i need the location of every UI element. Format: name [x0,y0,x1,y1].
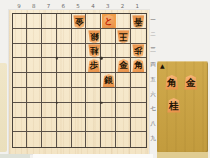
square-6-1[interactable] [57,14,72,29]
square-5-4[interactable] [72,58,87,73]
square-6-6[interactable] [57,88,72,103]
square-2-5[interactable] [116,73,131,88]
square-8-4[interactable] [27,58,42,73]
square-7-8[interactable] [42,118,57,133]
square-8-2[interactable] [27,29,42,44]
square-1-5[interactable] [131,73,146,88]
file-label-1: 1 [130,3,145,10]
piece-sente-角-1四[interactable]: 角 [132,59,145,72]
rank-label-1: 一 [149,17,157,24]
square-6-7[interactable] [57,103,72,118]
square-5-5[interactable] [72,73,87,88]
komadai-sente: ▲ 角金桂 [157,61,208,153]
piece-sente-銀-3五[interactable]: 銀 [102,74,115,87]
square-7-4[interactable] [42,58,57,73]
piece-sente-歩-4四[interactable]: 歩 [88,59,101,72]
square-9-7[interactable] [13,103,28,118]
square-8-3[interactable] [27,44,42,59]
sente-mark: ▲ [160,62,165,69]
rank-label-6: 六 [149,91,157,98]
piece-sente-金-2四[interactable]: 金 [117,59,130,72]
square-7-2[interactable] [42,29,57,44]
square-9-5[interactable] [13,73,28,88]
square-7-5[interactable] [42,73,57,88]
square-3-8[interactable] [101,118,116,133]
square-9-2[interactable] [13,29,28,44]
rank-label-2: 二 [149,31,157,38]
file-label-5: 5 [71,3,86,10]
square-6-4[interactable] [57,58,72,73]
bottom-edge-fragment-right [157,152,208,158]
square-4-5[interactable] [86,73,101,88]
square-3-4[interactable] [101,58,116,73]
square-8-5[interactable] [27,73,42,88]
file-label-2: 2 [115,3,130,10]
square-1-8[interactable] [131,118,146,133]
square-3-7[interactable] [101,103,116,118]
square-1-7[interactable] [131,103,146,118]
square-4-7[interactable] [86,103,101,118]
square-6-8[interactable] [57,118,72,133]
square-2-1[interactable] [116,14,131,29]
square-2-6[interactable] [116,88,131,103]
piece-gote-香-1一[interactable]: 香 [132,15,145,28]
rank-label-7: 七 [149,105,157,112]
square-8-6[interactable] [27,88,42,103]
rank-label-8: 八 [149,120,157,127]
square-7-7[interactable] [42,103,57,118]
file-label-8: 8 [26,3,41,10]
square-2-7[interactable] [116,103,131,118]
board-grid[interactable]: 金と香銀王桂歩歩金角銀 [12,13,147,148]
square-6-9[interactable] [57,132,72,147]
bottom-edge-fragment-left [0,154,30,158]
square-2-9[interactable] [116,132,131,147]
square-9-9[interactable] [13,132,28,147]
square-2-8[interactable] [116,118,131,133]
bottom-edge-fragment-center [33,154,153,158]
square-1-2[interactable] [131,29,146,44]
piece-gote-金-5一[interactable]: 金 [73,15,86,28]
square-9-1[interactable] [13,14,28,29]
hand-piece-桂[interactable]: 桂 [167,98,181,113]
piece-gote-王-2二[interactable]: 王 [117,30,130,43]
square-8-8[interactable] [27,118,42,133]
file-label-6: 6 [56,3,71,10]
square-4-1[interactable] [86,14,101,29]
rank-label-3: 三 [149,46,157,53]
rank-label-5: 五 [149,76,157,83]
square-4-6[interactable] [86,88,101,103]
square-1-6[interactable] [131,88,146,103]
square-5-9[interactable] [72,132,87,147]
square-8-7[interactable] [27,103,42,118]
square-1-9[interactable] [131,132,146,147]
file-label-9: 9 [12,3,27,10]
square-8-1[interactable] [27,14,42,29]
shogi-diagram: 987654321 一二三四五六七八九 金と香銀王桂歩歩金角銀 ▲ 角金桂 [0,0,210,158]
square-4-9[interactable] [86,132,101,147]
rank-label-4: 四 [149,61,157,68]
square-5-2[interactable] [72,29,87,44]
square-5-7[interactable] [72,103,87,118]
square-7-1[interactable] [42,14,57,29]
file-label-3: 3 [100,3,115,10]
square-9-3[interactable] [13,44,28,59]
square-5-3[interactable] [72,44,87,59]
file-label-7: 7 [41,3,56,10]
square-3-3[interactable] [101,44,116,59]
square-7-3[interactable] [42,44,57,59]
square-7-9[interactable] [42,132,57,147]
square-3-9[interactable] [101,132,116,147]
square-3-2[interactable] [101,29,116,44]
square-9-6[interactable] [13,88,28,103]
square-5-8[interactable] [72,118,87,133]
square-8-9[interactable] [27,132,42,147]
hand-piece-金[interactable]: 金 [184,75,198,90]
hand-piece-角[interactable]: 角 [165,75,179,90]
square-9-8[interactable] [13,118,28,133]
square-5-6[interactable] [72,88,87,103]
square-6-5[interactable] [57,73,72,88]
square-6-3[interactable] [57,44,72,59]
rank-label-9: 九 [149,135,157,142]
square-7-6[interactable] [42,88,57,103]
file-label-4: 4 [86,3,101,10]
piece-sente-と-3一[interactable]: と [102,15,115,28]
square-6-2[interactable] [57,29,72,44]
square-4-8[interactable] [86,118,101,133]
square-2-3[interactable] [116,44,131,59]
square-9-4[interactable] [13,58,28,73]
square-3-6[interactable] [101,88,116,103]
left-komadai-edge [0,63,7,152]
